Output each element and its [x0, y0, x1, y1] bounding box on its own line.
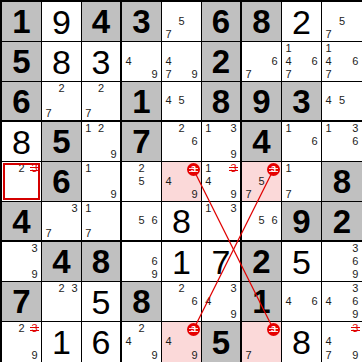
eliminated-candidate-3: 3 [227, 162, 240, 175]
chain-node-circle: 3 [267, 163, 280, 176]
cell-r8c9[interactable]: 3469 [322, 282, 362, 322]
candidate-3: 3 [349, 282, 362, 295]
given-digit: 9 [282, 202, 321, 240]
solved-digit: 9 [42, 2, 81, 41]
candidate-3: 3 [349, 122, 362, 135]
cell-r3c1[interactable]: 6 [2, 82, 42, 122]
candidate-9: 9 [188, 68, 201, 81]
candidate-1: 1 [282, 42, 295, 55]
given-digit: 6 [202, 2, 240, 41]
cell-r2c2[interactable]: 8 [42, 42, 82, 82]
candidate-grid: 3479 [322, 322, 362, 362]
candidate-grid: 1467 [322, 42, 362, 81]
candidate-6: 6 [268, 55, 281, 68]
candidate-grid: 249 [122, 322, 161, 362]
solved-digit: 3 [82, 42, 120, 81]
cell-r9c5[interactable]: 493 [162, 322, 202, 362]
candidate-grid: 1349 [202, 162, 240, 201]
candidate-grid: 56 [242, 202, 281, 240]
candidate-grid: 239 [2, 322, 41, 362]
given-digit: 4 [42, 242, 81, 281]
candidate-2: 2 [135, 162, 148, 175]
candidate-grid: 56 [122, 202, 161, 240]
candidate-grid: 26 [162, 122, 201, 161]
candidate-grid: 3469 [322, 282, 362, 321]
solved-digit: 1 [162, 242, 201, 281]
candidate-4: 4 [322, 95, 335, 108]
cell-r2c4[interactable]: 49 [122, 42, 162, 82]
cell-r9c9[interactable]: 3479 [322, 322, 362, 362]
cell-r2c7[interactable]: 67 [242, 42, 282, 82]
candidate-grid: 49 [122, 42, 161, 81]
candidate-grid: 27 [42, 82, 81, 120]
candidate-3: 3 [28, 242, 41, 255]
candidate-4: 4 [282, 295, 295, 308]
cell-r6c7[interactable]: 56 [242, 202, 282, 242]
cell-r5c9[interactable]: 8 [322, 162, 362, 202]
solved-digit: 8 [2, 122, 41, 161]
candidate-3: 3 [227, 202, 240, 215]
candidate-3: 3 [68, 202, 81, 215]
cell-r7c6[interactable]: 7 [202, 242, 242, 282]
candidate-1: 1 [282, 162, 295, 175]
cell-r8c6[interactable]: 349 [202, 282, 242, 322]
candidate-1: 1 [322, 42, 335, 55]
candidate-4: 4 [322, 335, 335, 348]
candidate-2: 2 [135, 322, 148, 335]
cell-r1c3[interactable]: 4 [82, 2, 122, 42]
sudoku-board: 1943576825758349479267146714676272714589… [0, 0, 362, 362]
candidate-3: 3 [349, 242, 362, 255]
given-digit: 4 [242, 122, 281, 161]
given-digit: 5 [202, 322, 240, 362]
given-digit: 2 [322, 202, 362, 240]
candidate-9: 9 [148, 268, 161, 281]
cell-r7c3[interactable]: 8 [82, 242, 122, 282]
cell-r5c7[interactable]: 573 [242, 162, 282, 202]
candidate-1: 1 [202, 202, 215, 215]
candidate-1: 1 [82, 122, 95, 135]
candidate-7: 7 [162, 68, 175, 81]
candidate-6: 6 [349, 295, 362, 308]
candidate-2: 2 [175, 122, 188, 135]
candidate-grid: 27 [82, 82, 120, 120]
given-digit: 8 [242, 2, 281, 41]
cell-r3c8[interactable]: 3 [282, 82, 322, 122]
cell-r5c2[interactable]: 6 [42, 162, 82, 202]
cell-r8c3[interactable]: 5 [82, 282, 122, 322]
candidate-6: 6 [308, 55, 321, 68]
candidate-7: 7 [242, 68, 255, 81]
given-digit: 8 [82, 242, 120, 281]
cell-r7c2[interactable]: 4 [42, 242, 82, 282]
candidate-4: 4 [162, 335, 175, 348]
cell-r1c1[interactable]: 1 [2, 2, 42, 42]
cell-r2c9[interactable]: 1467 [322, 42, 362, 82]
candidate-grid: 25 [122, 162, 161, 201]
cell-r8c4[interactable]: 8 [122, 282, 162, 322]
cell-r6c6[interactable]: 13 [202, 202, 242, 242]
solved-digit: 6 [82, 322, 120, 362]
candidate-7: 7 [42, 227, 55, 240]
cell-r6c9[interactable]: 2 [322, 202, 362, 242]
cell-r2c8[interactable]: 1467 [282, 42, 322, 82]
candidate-7: 7 [42, 107, 55, 120]
candidate-2: 2 [95, 82, 108, 95]
candidate-2: 2 [55, 282, 68, 295]
cell-r9c1[interactable]: 239 [2, 322, 42, 362]
candidate-grid: 349 [202, 282, 240, 321]
candidate-4: 4 [322, 55, 335, 68]
candidate-grid: 136 [322, 122, 362, 161]
cell-r5c3[interactable]: 19 [82, 162, 122, 202]
cell-r2c3[interactable]: 3 [82, 42, 122, 82]
given-digit: 7 [122, 122, 161, 161]
cell-r2c5[interactable]: 479 [162, 42, 202, 82]
cell-r3c2[interactable]: 27 [42, 82, 82, 122]
candidate-6: 6 [148, 255, 161, 268]
candidate-5: 5 [175, 95, 188, 108]
candidate-7: 7 [322, 28, 335, 41]
candidate-1: 1 [82, 162, 95, 175]
cell-r5c8[interactable]: 17 [282, 162, 322, 202]
candidate-1: 1 [202, 122, 215, 135]
cell-r3c6[interactable]: 8 [202, 82, 242, 122]
candidate-grid: 13 [202, 202, 240, 240]
cell-r1c4[interactable]: 3 [122, 2, 162, 42]
candidate-7: 7 [322, 349, 335, 362]
candidate-4: 4 [162, 175, 175, 188]
given-digit: 3 [122, 2, 161, 41]
candidate-9: 9 [28, 268, 41, 281]
candidate-7: 7 [82, 107, 95, 120]
cell-r8c2[interactable]: 23 [42, 282, 82, 322]
candidate-grid: 39 [2, 242, 41, 281]
cell-r9c8[interactable]: 8 [282, 322, 322, 362]
candidate-4: 4 [162, 55, 175, 68]
cell-r9c2[interactable]: 1 [42, 322, 82, 362]
candidate-7: 7 [242, 349, 255, 362]
cell-r8c8[interactable]: 46 [282, 282, 322, 322]
cell-r4c1[interactable]: 8 [2, 122, 42, 162]
cell-r3c4[interactable]: 1 [122, 82, 162, 122]
cell-r4c7[interactable]: 4 [242, 122, 282, 162]
solved-digit: 5 [282, 242, 321, 281]
candidate-3: 3 [68, 282, 81, 295]
candidate-4: 4 [282, 55, 295, 68]
candidate-grid: 45 [322, 82, 362, 120]
given-digit: 8 [202, 82, 240, 120]
cell-r1c9[interactable]: 57 [322, 2, 362, 42]
cell-r5c4[interactable]: 25 [122, 162, 162, 202]
candidate-9: 9 [148, 349, 161, 362]
cell-r9c6[interactable]: 5 [202, 322, 242, 362]
candidate-4: 4 [162, 95, 175, 108]
candidate-6: 6 [268, 215, 281, 228]
candidate-3: 3 [227, 122, 240, 135]
candidate-3: 3 [227, 282, 240, 295]
candidate-grid: 369 [322, 242, 362, 281]
candidate-9: 9 [107, 188, 120, 201]
cell-r7c8[interactable]: 5 [282, 242, 322, 282]
cell-r2c6[interactable]: 2 [202, 42, 242, 82]
solved-digit: 1 [42, 322, 81, 362]
candidate-9: 9 [349, 349, 362, 362]
candidate-grid: 23 [42, 282, 81, 321]
given-digit: 8 [322, 162, 362, 201]
given-digit: 7 [2, 282, 41, 321]
chain-node-circle: 3 [187, 163, 200, 176]
cell-r6c8[interactable]: 9 [282, 202, 322, 242]
candidate-grid: 129 [82, 122, 120, 161]
candidate-6: 6 [188, 295, 201, 308]
candidate-grid: 37 [42, 202, 81, 240]
candidate-2: 2 [15, 162, 28, 175]
candidate-1: 1 [322, 122, 335, 135]
candidate-grid: 1467 [282, 42, 321, 81]
candidate-6: 6 [308, 135, 321, 148]
candidate-1: 1 [202, 162, 215, 175]
candidate-9: 9 [227, 308, 240, 321]
candidate-grid: 479 [162, 42, 201, 81]
candidate-5: 5 [175, 15, 188, 28]
cell-r4c2[interactable]: 5 [42, 122, 82, 162]
candidate-7: 7 [282, 188, 295, 201]
cell-r5c5[interactable]: 493 [162, 162, 202, 202]
cell-r5c1[interactable]: 23 [2, 162, 42, 202]
eliminated-candidate-3: 3 [349, 322, 362, 335]
candidate-9: 9 [107, 148, 120, 161]
candidate-4: 4 [122, 335, 135, 348]
candidate-6: 6 [349, 135, 362, 148]
cell-r7c9[interactable]: 369 [322, 242, 362, 282]
candidate-7: 7 [82, 227, 95, 240]
candidate-4: 4 [202, 175, 215, 188]
candidate-7: 7 [282, 68, 295, 81]
candidate-5: 5 [335, 95, 348, 108]
cell-r7c1[interactable]: 39 [2, 242, 42, 282]
cell-r3c9[interactable]: 45 [322, 82, 362, 122]
solved-digit: 8 [282, 322, 321, 362]
candidate-2: 2 [15, 322, 28, 335]
candidate-grid: 17 [282, 162, 321, 201]
given-digit: 3 [282, 82, 321, 120]
candidate-grid: 45 [162, 82, 201, 120]
candidate-9: 9 [227, 148, 240, 161]
given-digit: 6 [42, 162, 81, 201]
candidate-5: 5 [255, 175, 268, 188]
candidate-4: 4 [202, 295, 215, 308]
cell-r4c8[interactable]: 16 [282, 122, 322, 162]
cell-r4c9[interactable]: 136 [322, 122, 362, 162]
given-digit: 5 [2, 42, 41, 81]
candidate-grid: 19 [82, 162, 120, 201]
cell-r6c3[interactable]: 17 [82, 202, 122, 242]
candidate-grid: 26 [162, 282, 201, 321]
eliminated-candidate-3: 3 [28, 322, 41, 335]
candidate-1: 1 [82, 202, 95, 215]
cell-r1c5[interactable]: 57 [162, 2, 202, 42]
candidate-grid: 69 [122, 242, 161, 281]
cell-r6c2[interactable]: 37 [42, 202, 82, 242]
cell-r1c8[interactable]: 2 [282, 2, 322, 42]
given-digit: 8 [122, 282, 161, 321]
given-digit: 4 [82, 2, 120, 41]
cell-r7c7[interactable]: 2 [242, 242, 282, 282]
candidate-grid: 17 [82, 202, 120, 240]
cell-r8c5[interactable]: 26 [162, 282, 202, 322]
solved-digit: 5 [82, 282, 120, 321]
candidate-grid: 57 [322, 2, 362, 41]
cell-r7c5[interactable]: 1 [162, 242, 202, 282]
given-digit: 9 [242, 82, 281, 120]
cell-r6c4[interactable]: 56 [122, 202, 162, 242]
given-digit: 2 [202, 42, 240, 81]
cell-r3c3[interactable]: 27 [82, 82, 122, 122]
cell-r1c7[interactable]: 8 [242, 2, 282, 42]
solved-digit: 8 [42, 42, 81, 81]
given-digit: 1 [2, 2, 41, 41]
eliminated-candidate-3: 3 [28, 162, 41, 175]
candidate-grid: 67 [242, 42, 281, 81]
candidate-1: 1 [282, 122, 295, 135]
given-digit: 5 [42, 122, 81, 161]
candidate-9: 9 [349, 308, 362, 321]
candidate-9: 9 [188, 349, 201, 362]
candidate-7: 7 [322, 68, 335, 81]
given-digit: 1 [242, 282, 281, 321]
candidate-grid: 139 [202, 122, 240, 161]
candidate-9: 9 [188, 188, 201, 201]
candidate-6: 6 [148, 215, 161, 228]
given-digit: 4 [2, 202, 41, 240]
given-digit: 2 [242, 242, 281, 281]
chain-node-circle: 3 [267, 323, 280, 336]
given-digit: 6 [2, 82, 41, 120]
candidate-7: 7 [242, 188, 255, 201]
cell-r6c1[interactable]: 4 [2, 202, 42, 242]
candidate-grid: 46 [282, 282, 321, 321]
candidate-9: 9 [28, 349, 41, 362]
candidate-grid: 23 [2, 162, 41, 201]
candidate-9: 9 [349, 268, 362, 281]
solved-digit: 2 [282, 2, 321, 41]
cell-r2c1[interactable]: 5 [2, 42, 42, 82]
given-digit: 1 [122, 82, 161, 120]
cell-r8c1[interactable]: 7 [2, 282, 42, 322]
cell-r4c3[interactable]: 129 [82, 122, 122, 162]
candidate-7: 7 [162, 28, 175, 41]
cell-r1c2[interactable]: 9 [42, 2, 82, 42]
candidate-6: 6 [349, 55, 362, 68]
cell-r9c4[interactable]: 249 [122, 322, 162, 362]
candidate-6: 6 [308, 295, 321, 308]
candidate-6: 6 [349, 255, 362, 268]
candidate-2: 2 [175, 282, 188, 295]
cell-r9c7[interactable]: 73 [242, 322, 282, 362]
cell-r8c7[interactable]: 1 [242, 282, 282, 322]
candidate-9: 9 [148, 68, 161, 81]
candidate-2: 2 [55, 82, 68, 95]
cell-r3c7[interactable]: 9 [242, 82, 282, 122]
cell-r9c3[interactable]: 6 [82, 322, 122, 362]
candidate-6: 6 [188, 135, 201, 148]
candidate-9: 9 [227, 188, 240, 201]
candidate-grid: 16 [282, 122, 321, 161]
cell-r1c6[interactable]: 6 [202, 2, 242, 42]
cell-r6c5[interactable]: 8 [162, 202, 202, 242]
cell-r5c6[interactable]: 1349 [202, 162, 242, 202]
solved-digit: 7 [202, 242, 240, 281]
cell-r3c5[interactable]: 45 [162, 82, 202, 122]
cell-r7c4[interactable]: 69 [122, 242, 162, 282]
candidate-5: 5 [335, 15, 348, 28]
solved-digit: 8 [162, 202, 201, 240]
candidate-4: 4 [322, 295, 335, 308]
candidate-2: 2 [95, 122, 108, 135]
cell-r4c6[interactable]: 139 [202, 122, 242, 162]
chain-node-circle: 3 [187, 323, 200, 336]
cell-r4c4[interactable]: 7 [122, 122, 162, 162]
candidate-grid: 57 [162, 2, 201, 41]
candidate-5: 5 [135, 215, 148, 228]
candidate-5: 5 [135, 175, 148, 188]
cell-r4c5[interactable]: 26 [162, 122, 202, 162]
candidate-5: 5 [255, 215, 268, 228]
candidate-4: 4 [122, 55, 135, 68]
